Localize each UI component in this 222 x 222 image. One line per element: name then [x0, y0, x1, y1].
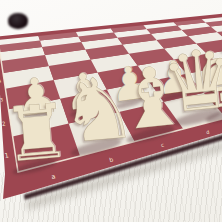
- chess-photo-scene: abcdefgh12345678 ♟♟♟♚♛♟♝♞♜: [0, 0, 222, 222]
- white-rook-a1[interactable]: ♜: [0, 95, 73, 172]
- blurred-black-piece: [8, 13, 28, 29]
